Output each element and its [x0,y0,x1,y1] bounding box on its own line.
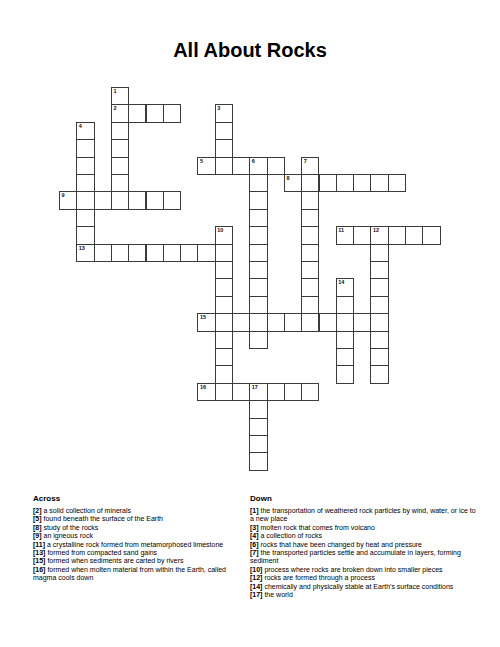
grid-cell[interactable]: 10 [215,226,233,244]
grid-cell[interactable] [336,365,354,383]
puzzle-title: All About Rocks [0,39,500,62]
grid-cell[interactable] [267,157,285,175]
cell-number: 8 [286,175,289,182]
cell-number: 9 [62,192,65,199]
cell-number: 11 [338,227,344,234]
clue-across-8: [8] study of the rocks [33,524,246,532]
clue-down-6: [6] rocks that have been changed by heat… [250,541,478,549]
grid-cell[interactable]: 9 [59,191,77,209]
clue-down-10: [10] process where rocks are broken down… [250,566,478,574]
cell-number: 4 [79,123,82,130]
grid-cell[interactable] [249,261,267,279]
grid-cell[interactable] [163,244,181,262]
grid-cell[interactable] [301,296,319,314]
grid-cell[interactable] [249,400,267,418]
grid-cell[interactable] [111,174,129,192]
grid-cell[interactable] [215,383,233,401]
clue-number: [4] [250,532,259,539]
grid-cell[interactable] [301,261,319,279]
grid-cell[interactable] [163,104,181,122]
clue-across-5: [5] found beneath the surface of the Ear… [33,515,246,523]
grid-cell[interactable] [111,157,129,175]
clue-number: [2] [33,507,42,514]
grid-cell[interactable]: 7 [301,157,319,175]
grid-cell[interactable] [215,139,233,157]
cell-number: 1 [113,88,116,95]
clue-text: formed when molten material from within … [33,566,226,581]
clue-down-3: [3] molten rock that comes from volcano [250,524,478,532]
clue-number: [5] [33,515,42,522]
grid-cell[interactable] [111,191,129,209]
grid-cell[interactable] [301,278,319,296]
grid-cell[interactable] [301,383,319,401]
grid-cell[interactable] [128,104,146,122]
grid-cell[interactable] [388,226,406,244]
grid-cell[interactable]: 6 [249,157,267,175]
clue-number: [7] [250,549,259,556]
clue-number: [6] [250,541,259,548]
grid-cell[interactable] [249,313,267,331]
grid-cell[interactable] [388,174,406,192]
clue-number: [13] [33,549,45,556]
grid-cell[interactable] [370,348,388,366]
grid-cell[interactable] [249,244,267,262]
clue-across-2: [2] a solid collection of minerals [33,507,246,515]
grid-cell[interactable] [215,261,233,279]
clue-text: the world [262,591,292,598]
grid-cell[interactable] [215,365,233,383]
grid-cell[interactable] [370,313,388,331]
grid-cell[interactable] [163,191,181,209]
grid-cell[interactable] [215,244,233,262]
down-clue-list: [1] the transportation of weathered rock… [250,507,478,599]
grid-cell[interactable] [370,365,388,383]
grid-cell[interactable] [249,296,267,314]
across-clues-section: Across [2] a solid collection of mineral… [33,494,246,583]
clue-across-9: [9] an igneous rock [33,532,246,540]
grid-cell[interactable] [76,174,94,192]
grid-cell[interactable] [267,383,285,401]
grid-cell[interactable]: 15 [197,313,215,331]
down-clues-section: Down [1] the transportation of weathered… [250,494,478,599]
grid-cell[interactable] [128,244,146,262]
grid-cell[interactable] [215,157,233,175]
grid-cell[interactable] [215,348,233,366]
clue-down-12: [12] rocks are formed through a process [250,574,478,582]
cell-number: 6 [252,158,255,165]
grid-cell[interactable]: 8 [284,174,302,192]
grid-cell[interactable] [319,174,337,192]
grid-cell[interactable] [215,296,233,314]
grid-cell[interactable] [180,244,198,262]
grid-cell[interactable] [319,313,337,331]
clue-text: study of the rocks [42,524,99,531]
clue-text: found beneath the surface of the Earth [42,515,163,522]
clue-text: process where rocks are broken down into… [262,566,442,573]
grid-cell[interactable] [336,296,354,314]
grid-cell[interactable] [232,313,250,331]
grid-cell[interactable] [370,331,388,349]
grid-cell[interactable]: 2 [111,104,129,122]
clue-text: an igneous rock [42,532,93,539]
grid-cell[interactable] [146,191,164,209]
clue-down-1: [1] the transportation of weathered rock… [250,507,478,524]
grid-cell[interactable] [146,104,164,122]
grid-cell[interactable] [370,174,388,192]
grid-cell[interactable] [232,383,250,401]
clue-number: [16] [33,566,45,573]
cell-number: 13 [79,245,85,252]
grid-cell[interactable] [215,278,233,296]
grid-cell[interactable] [336,313,354,331]
grid-cell[interactable] [353,313,371,331]
grid-cell[interactable]: 11 [336,226,354,244]
grid-cell[interactable]: 3 [215,104,233,122]
grid-cell[interactable]: 4 [76,122,94,140]
cell-number: 12 [373,227,379,234]
grid-cell[interactable] [249,209,267,227]
grid-cell[interactable] [76,226,94,244]
grid-cell[interactable] [301,191,319,209]
clue-number: [15] [33,557,45,564]
grid-cell[interactable] [76,139,94,157]
grid-cell[interactable] [353,174,371,192]
clue-number: [11] [33,541,45,548]
cell-number: 14 [338,279,344,286]
cell-number: 3 [217,105,220,112]
grid-cell[interactable] [370,278,388,296]
clue-number: [1] [250,507,259,514]
grid-cell[interactable] [215,331,233,349]
grid-cell[interactable] [94,191,112,209]
grid-cell[interactable] [249,226,267,244]
grid-cell[interactable] [370,244,388,262]
clue-across-15: [15] formed when sediments are carted by… [33,557,246,565]
grid-cell[interactable] [128,191,146,209]
clue-number: [9] [33,532,42,539]
grid-cell[interactable] [76,157,94,175]
grid-cell[interactable] [336,174,354,192]
clue-text: formed when sediments are carted by rive… [45,557,183,564]
grid-cell[interactable] [249,278,267,296]
grid-cell[interactable] [249,452,267,470]
grid-cell[interactable] [76,209,94,227]
clue-text: rocks are formed through a process [262,574,374,581]
clue-text: rocks that have been changed by heat and… [259,541,422,548]
grid-cell[interactable]: 5 [197,157,215,175]
crossword-board: 1234567891011121314151617 [59,87,441,471]
clue-down-14: [14] chemically and physically stable at… [250,583,478,591]
cell-number: 5 [200,158,203,165]
clue-number: [3] [250,524,259,531]
grid-cell[interactable]: 14 [336,278,354,296]
grid-cell[interactable] [215,313,233,331]
clue-number: [10] [250,566,262,573]
grid-cell[interactable] [76,191,94,209]
grid-cell[interactable] [249,331,267,349]
down-header: Down [250,494,478,503]
grid-cell[interactable]: 12 [370,226,388,244]
cell-number: 16 [200,384,206,391]
clue-across-13: [13] formed from compacted sand gains [33,549,246,557]
across-header: Across [33,494,246,503]
clue-across-16: [16] formed when molten material from wi… [33,566,246,583]
clue-text: molten rock that comes from volcano [259,524,375,531]
grid-cell[interactable] [284,383,302,401]
clue-text: the transported particles settle and acc… [250,549,461,564]
cell-number: 17 [252,384,258,391]
grid-cell[interactable] [353,226,371,244]
grid-cell[interactable] [197,244,215,262]
grid-cell[interactable] [111,122,129,140]
cell-number: 15 [200,314,206,321]
clue-text: a solid collection of minerals [42,507,132,514]
grid-cell[interactable] [94,244,112,262]
grid-cell[interactable] [284,313,302,331]
clue-text: chemically and physically stable at Eart… [262,583,453,590]
grid-cell[interactable] [301,226,319,244]
grid-cell[interactable] [301,174,319,192]
grid-cell[interactable] [249,174,267,192]
grid-cell[interactable] [232,157,250,175]
grid-cell[interactable]: 13 [76,244,94,262]
cell-number: 2 [113,105,116,112]
grid-cell[interactable] [249,418,267,436]
grid-cell[interactable] [370,296,388,314]
grid-cell[interactable]: 16 [197,383,215,401]
clue-number: [17] [250,591,262,598]
grid-cell[interactable] [146,244,164,262]
grid-cell[interactable] [249,435,267,453]
grid-cell[interactable] [267,313,285,331]
grid-cell[interactable] [249,191,267,209]
grid-cell[interactable] [301,244,319,262]
grid-cell[interactable] [405,226,423,244]
grid-cell[interactable] [301,313,319,331]
grid-cell[interactable]: 17 [249,383,267,401]
grid-cell[interactable] [111,244,129,262]
clue-text: a crystalline rock formed from metamorph… [45,541,223,548]
grid-cell[interactable] [370,261,388,279]
clue-across-11: [11] a crystalline rock formed from meta… [33,541,246,549]
clue-number: [12] [250,574,262,581]
across-clue-list: [2] a solid collection of minerals[5] fo… [33,507,246,583]
grid-cell[interactable] [111,139,129,157]
cell-number: 7 [304,158,307,165]
clue-text: the transportation of weathered rock par… [250,507,476,522]
clue-text: a collection of rocks [259,532,322,539]
grid-cell[interactable] [301,209,319,227]
cell-number: 10 [217,227,223,234]
clue-down-7: [7] the transported particles settle and… [250,549,478,566]
clue-text: formed from compacted sand gains [45,549,157,556]
clue-number: [14] [250,583,262,590]
clue-down-17: [17] the world [250,591,478,599]
grid-cell[interactable] [336,331,354,349]
grid-cell[interactable] [215,122,233,140]
grid-cell[interactable] [422,226,440,244]
clue-down-4: [4] a collection of rocks [250,532,478,540]
grid-cell[interactable]: 1 [111,87,129,105]
clue-number: [8] [33,524,42,531]
grid-cell[interactable] [336,348,354,366]
